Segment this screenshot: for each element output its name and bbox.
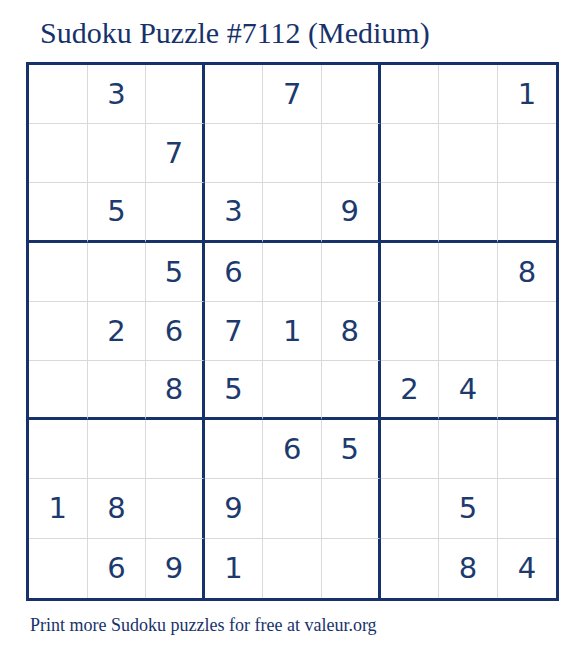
cell-r9c5[interactable] xyxy=(263,539,322,598)
cell-r3c9[interactable] xyxy=(498,183,557,242)
cell-r7c6[interactable]: 5 xyxy=(322,420,381,479)
cell-r7c7[interactable] xyxy=(381,420,440,479)
cell-r5c6[interactable]: 8 xyxy=(322,302,381,361)
cell-r3c2[interactable]: 5 xyxy=(88,183,147,242)
cell-r6c1[interactable] xyxy=(29,361,88,420)
cell-r2c2[interactable] xyxy=(88,124,147,183)
cell-r1c3[interactable] xyxy=(146,65,205,124)
cell-r6c5[interactable] xyxy=(263,361,322,420)
page-title: Sudoku Puzzle #7112 (Medium) xyxy=(40,16,430,50)
cell-r4c9[interactable]: 8 xyxy=(498,243,557,302)
cell-r7c5[interactable]: 6 xyxy=(263,420,322,479)
cell-r8c4[interactable]: 9 xyxy=(205,479,264,538)
cell-r5c7[interactable] xyxy=(381,302,440,361)
cell-r2c1[interactable] xyxy=(29,124,88,183)
cell-r9c4[interactable]: 1 xyxy=(205,539,264,598)
cell-r5c5[interactable]: 1 xyxy=(263,302,322,361)
cell-r3c5[interactable] xyxy=(263,183,322,242)
cell-r8c3[interactable] xyxy=(146,479,205,538)
cell-r4c5[interactable] xyxy=(263,243,322,302)
cell-r7c4[interactable] xyxy=(205,420,264,479)
cell-r1c9[interactable]: 1 xyxy=(498,65,557,124)
cell-r1c7[interactable] xyxy=(381,65,440,124)
cell-r2c3[interactable]: 7 xyxy=(146,124,205,183)
cell-r7c8[interactable] xyxy=(439,420,498,479)
cell-r2c6[interactable] xyxy=(322,124,381,183)
cell-r2c4[interactable] xyxy=(205,124,264,183)
cell-r4c4[interactable]: 6 xyxy=(205,243,264,302)
cell-r6c2[interactable] xyxy=(88,361,147,420)
cell-r3c8[interactable] xyxy=(439,183,498,242)
cell-r8c1[interactable]: 1 xyxy=(29,479,88,538)
cell-r8c9[interactable] xyxy=(498,479,557,538)
cell-r8c6[interactable] xyxy=(322,479,381,538)
cell-r6c4[interactable]: 5 xyxy=(205,361,264,420)
cell-r5c1[interactable] xyxy=(29,302,88,361)
cell-r8c7[interactable] xyxy=(381,479,440,538)
cell-r6c3[interactable]: 8 xyxy=(146,361,205,420)
cell-r1c5[interactable]: 7 xyxy=(263,65,322,124)
cell-r1c6[interactable] xyxy=(322,65,381,124)
cell-r5c8[interactable] xyxy=(439,302,498,361)
cell-r4c3[interactable]: 5 xyxy=(146,243,205,302)
cell-r7c1[interactable] xyxy=(29,420,88,479)
cell-r3c3[interactable] xyxy=(146,183,205,242)
cell-r4c8[interactable] xyxy=(439,243,498,302)
cell-r4c2[interactable] xyxy=(88,243,147,302)
cell-r2c7[interactable] xyxy=(381,124,440,183)
cell-r4c1[interactable] xyxy=(29,243,88,302)
sudoku-page: Sudoku Puzzle #7112 (Medium) 37175395682… xyxy=(0,0,574,651)
cell-r2c5[interactable] xyxy=(263,124,322,183)
cell-r9c1[interactable] xyxy=(29,539,88,598)
cell-r9c2[interactable]: 6 xyxy=(88,539,147,598)
cell-r1c1[interactable] xyxy=(29,65,88,124)
cell-r1c2[interactable]: 3 xyxy=(88,65,147,124)
cell-r7c3[interactable] xyxy=(146,420,205,479)
cell-r9c3[interactable]: 9 xyxy=(146,539,205,598)
cell-r1c4[interactable] xyxy=(205,65,264,124)
cell-r2c8[interactable] xyxy=(439,124,498,183)
cell-r7c9[interactable] xyxy=(498,420,557,479)
cell-r5c3[interactable]: 6 xyxy=(146,302,205,361)
cell-r4c7[interactable] xyxy=(381,243,440,302)
cell-r6c9[interactable] xyxy=(498,361,557,420)
cell-r1c8[interactable] xyxy=(439,65,498,124)
cell-r5c2[interactable]: 2 xyxy=(88,302,147,361)
cell-r5c4[interactable]: 7 xyxy=(205,302,264,361)
cell-r7c2[interactable] xyxy=(88,420,147,479)
cell-r4c6[interactable] xyxy=(322,243,381,302)
sudoku-board: 371753956826718852465189569184 xyxy=(26,62,559,601)
cell-r3c6[interactable]: 9 xyxy=(322,183,381,242)
cell-r6c6[interactable] xyxy=(322,361,381,420)
cell-r9c7[interactable] xyxy=(381,539,440,598)
cell-r6c7[interactable]: 2 xyxy=(381,361,440,420)
cell-r6c8[interactable]: 4 xyxy=(439,361,498,420)
cell-r3c7[interactable] xyxy=(381,183,440,242)
cell-r8c8[interactable]: 5 xyxy=(439,479,498,538)
cell-r9c6[interactable] xyxy=(322,539,381,598)
cell-r2c9[interactable] xyxy=(498,124,557,183)
cell-r3c1[interactable] xyxy=(29,183,88,242)
footer-text: Print more Sudoku puzzles for free at va… xyxy=(30,615,377,636)
cell-r9c8[interactable]: 8 xyxy=(439,539,498,598)
cell-r5c9[interactable] xyxy=(498,302,557,361)
cell-r9c9[interactable]: 4 xyxy=(498,539,557,598)
cell-r8c2[interactable]: 8 xyxy=(88,479,147,538)
cell-r3c4[interactable]: 3 xyxy=(205,183,264,242)
cell-r8c5[interactable] xyxy=(263,479,322,538)
